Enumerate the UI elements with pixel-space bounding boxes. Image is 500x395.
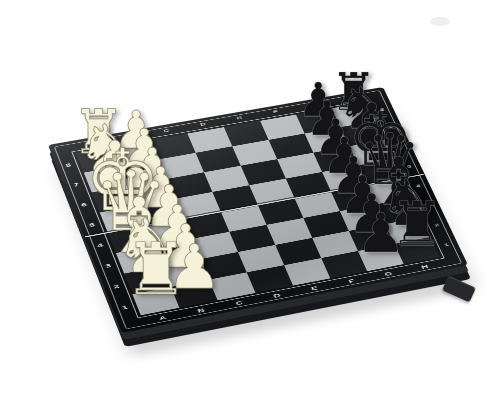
- piece-black-pawn[interactable]: ♟: [356, 206, 405, 261]
- piece-white-rook[interactable]: ♜: [124, 234, 188, 305]
- product-photo: AABBCCDDEEFFGGHH1122334455667788 ♜♟♟♜♞♟♟…: [0, 0, 500, 395]
- pieces-layer: ♜♟♟♜♞♟♟♞♝♟♟♝♚♟♟♚♛♟♟♛♝♟♟♝♞♟♟♞♜♟♟♜: [0, 0, 500, 395]
